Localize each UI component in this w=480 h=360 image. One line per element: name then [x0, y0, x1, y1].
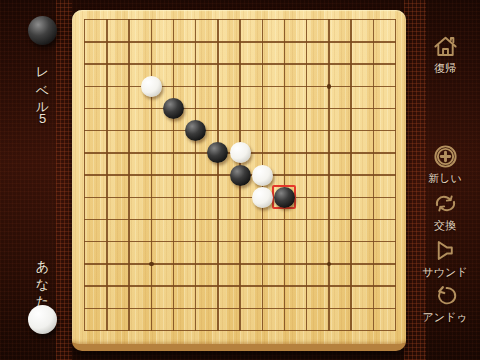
black-stone-cell — [207, 142, 229, 164]
menu-item-return[interactable]: 復帰 — [410, 33, 480, 74]
pattern-border-left — [56, 0, 72, 360]
white-stone-cell — [251, 164, 273, 186]
white-stone-cell — [140, 75, 162, 97]
game-board[interactable] — [72, 10, 406, 351]
black-stone — [185, 120, 206, 141]
swap-icon — [432, 190, 459, 217]
white-stone — [252, 187, 273, 208]
undo-icon — [432, 282, 459, 309]
gomoku-app: { "game": "gomoku", "board": { "size": 1… — [0, 0, 480, 360]
menu-item-sound[interactable]: サウンド — [410, 237, 480, 278]
opponent-level-label: レベル5 — [35, 58, 49, 129]
player-label: あなた — [35, 251, 49, 305]
black-stone — [274, 187, 295, 208]
black-stone-cell — [185, 120, 207, 142]
menu-label-swap: 交換 — [434, 219, 456, 231]
menu-item-new-game[interactable]: 新しい — [410, 143, 480, 184]
menu-label-sound: サウンド — [422, 266, 467, 278]
home-icon — [432, 33, 459, 60]
menu-label-undo: アンドゥ — [422, 311, 467, 323]
new-game-icon — [432, 143, 459, 170]
menu-item-swap[interactable]: 交換 — [410, 190, 480, 231]
menu-item-undo[interactable]: アンドゥ — [410, 282, 480, 323]
white-stone — [252, 165, 273, 186]
sound-icon — [432, 237, 459, 264]
white-stone — [141, 76, 162, 97]
white-stone-cell — [251, 186, 273, 208]
black-stone-cell — [229, 164, 251, 186]
black-stone — [163, 98, 184, 119]
menu-label-return: 復帰 — [434, 62, 456, 74]
white-stone — [230, 142, 251, 163]
black-stone-cell — [162, 97, 184, 119]
opponent-stone-black — [28, 16, 57, 45]
menu-label-new-game: 新しい — [428, 172, 462, 184]
black-stone — [207, 142, 228, 163]
black-stone-cell — [273, 186, 295, 208]
player-stone-white — [28, 305, 57, 334]
white-stone-cell — [229, 142, 251, 164]
menu-panel: 復帰 新しい 交換 サウンド — [410, 0, 480, 360]
black-stone — [230, 165, 251, 186]
stones-grid — [74, 9, 407, 342]
